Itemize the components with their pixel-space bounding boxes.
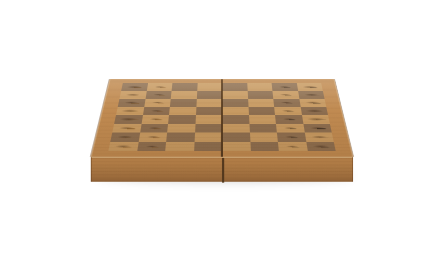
square-c6 [248, 99, 274, 107]
square-g4 [194, 133, 222, 142]
square-e4 [195, 115, 222, 124]
square-c5 [222, 99, 248, 107]
square-d4 [196, 107, 223, 115]
square-f6 [249, 124, 277, 133]
box-front-face [91, 157, 353, 182]
white-rook-icon: ♜ [110, 112, 136, 152]
square-a3 [172, 83, 198, 91]
chessboard: ♜♟♟♜♞♟♟♞♝♟♟♝♛♟♟♛♚♟♟♚♝♟♟♝♞♟♟♞♜♟♟♜ [91, 79, 353, 157]
square-a5 [222, 83, 247, 91]
square-c4 [196, 99, 222, 107]
black-rook-icon: ♜ [308, 112, 334, 152]
square-d3 [169, 107, 196, 115]
square-d6 [248, 107, 275, 115]
square-b3 [171, 91, 197, 99]
square-h3 [165, 142, 194, 152]
square-a6 [247, 83, 273, 91]
square-h5 [222, 142, 250, 152]
square-e5 [222, 115, 249, 124]
square-f3 [167, 124, 195, 133]
square-a4 [197, 83, 222, 91]
square-f5 [222, 124, 249, 133]
square-b4 [196, 91, 222, 99]
square-c3 [170, 99, 196, 107]
square-g6 [249, 133, 277, 142]
square-f4 [195, 124, 222, 133]
black-pawn-icon: ♟ [282, 119, 303, 151]
square-b5 [222, 91, 248, 99]
square-h4 [194, 142, 222, 152]
square-g5 [222, 133, 250, 142]
white-pawn-icon: ♟ [141, 119, 162, 151]
box-front-seam-icon [222, 158, 224, 183]
square-e3 [168, 115, 195, 124]
square-b6 [247, 91, 273, 99]
square-e6 [249, 115, 276, 124]
photo-scene: ♜♟♟♜♞♟♟♞♝♟♟♝♛♟♟♛♚♟♟♚♝♟♟♝♞♟♟♞♜♟♟♜ [0, 0, 440, 264]
square-d5 [222, 107, 249, 115]
square-g3 [166, 133, 194, 142]
square-h6 [250, 142, 279, 152]
